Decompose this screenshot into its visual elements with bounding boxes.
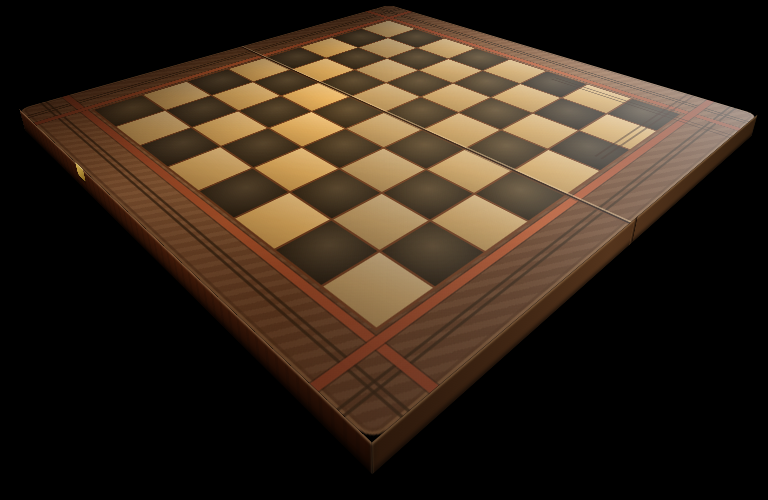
square-h5[interactable] <box>515 150 599 194</box>
square-f3[interactable] <box>341 149 424 192</box>
square-h2[interactable] <box>381 222 483 287</box>
square-g4[interactable] <box>428 149 512 192</box>
square-f4[interactable] <box>385 130 464 169</box>
square-e3[interactable] <box>303 129 382 167</box>
square-b1[interactable] <box>116 111 190 145</box>
square-d3[interactable] <box>270 112 344 146</box>
square-g2[interactable] <box>333 194 428 250</box>
square-e2[interactable] <box>255 148 338 191</box>
square-g5[interactable] <box>467 131 546 170</box>
square-f1[interactable] <box>235 193 329 249</box>
photo-background <box>0 0 768 500</box>
square-h3[interactable] <box>432 195 527 251</box>
square-g6[interactable] <box>502 114 577 149</box>
square-c2[interactable] <box>193 111 267 145</box>
border-pinstripe <box>343 108 737 417</box>
square-h6[interactable] <box>550 131 629 170</box>
square-d2[interactable] <box>222 129 300 167</box>
square-g3[interactable] <box>384 170 473 219</box>
square-f5[interactable] <box>425 113 500 148</box>
border-pinstripe <box>336 106 731 411</box>
square-e1[interactable] <box>200 169 288 218</box>
square-g1[interactable] <box>276 221 377 285</box>
border-pinstripe <box>45 101 410 412</box>
square-h4[interactable] <box>476 171 565 220</box>
fold-seam-notch <box>629 217 637 246</box>
square-e4[interactable] <box>347 113 421 147</box>
folding-chessboard-box <box>19 5 757 442</box>
square-h1[interactable] <box>323 252 433 327</box>
square-f2[interactable] <box>291 170 380 219</box>
square-c1[interactable] <box>141 128 219 166</box>
square-h7[interactable] <box>580 114 655 149</box>
border-pinstripe <box>40 103 403 418</box>
square-d1[interactable] <box>169 147 252 190</box>
